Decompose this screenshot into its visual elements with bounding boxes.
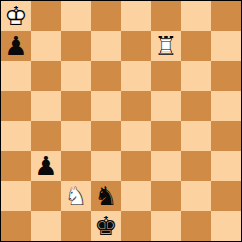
square-a5[interactable] — [1, 91, 31, 121]
white-rook-outline: ♖ — [151, 31, 181, 61]
square-d7[interactable] — [91, 31, 121, 61]
square-d4[interactable] — [91, 121, 121, 151]
white-rook[interactable]: ♜♖ — [151, 31, 181, 61]
black-king-glyph: ♚ — [91, 211, 121, 241]
square-e1[interactable] — [121, 211, 151, 241]
square-f7[interactable]: ♜♖ — [151, 31, 181, 61]
square-g4[interactable] — [181, 121, 211, 151]
square-g7[interactable] — [181, 31, 211, 61]
square-d2[interactable]: ♞ — [91, 181, 121, 211]
square-a4[interactable] — [1, 121, 31, 151]
white-knight-outline: ♘ — [61, 181, 91, 211]
square-g1[interactable] — [181, 211, 211, 241]
square-f1[interactable] — [151, 211, 181, 241]
square-f8[interactable] — [151, 1, 181, 31]
square-h3[interactable] — [211, 151, 241, 181]
square-d3[interactable] — [91, 151, 121, 181]
black-pawn[interactable]: ♟ — [31, 151, 61, 181]
chess-board[interactable]: ♚♔♟♜♖♟♞♘♞♚ — [0, 0, 242, 242]
square-c8[interactable] — [61, 1, 91, 31]
square-g6[interactable] — [181, 61, 211, 91]
black-knight[interactable]: ♞ — [91, 181, 121, 211]
square-a3[interactable] — [1, 151, 31, 181]
square-c1[interactable] — [61, 211, 91, 241]
square-b1[interactable] — [31, 211, 61, 241]
square-b8[interactable] — [31, 1, 61, 31]
square-g8[interactable] — [181, 1, 211, 31]
black-pawn-glyph: ♟ — [31, 151, 61, 181]
square-g3[interactable] — [181, 151, 211, 181]
square-e8[interactable] — [121, 1, 151, 31]
square-c4[interactable] — [61, 121, 91, 151]
square-h1[interactable] — [211, 211, 241, 241]
square-f5[interactable] — [151, 91, 181, 121]
square-b5[interactable] — [31, 91, 61, 121]
square-d5[interactable] — [91, 91, 121, 121]
white-king-outline: ♔ — [1, 1, 31, 31]
square-a7[interactable]: ♟ — [1, 31, 31, 61]
square-d6[interactable] — [91, 61, 121, 91]
square-b3[interactable]: ♟ — [31, 151, 61, 181]
square-f3[interactable] — [151, 151, 181, 181]
square-h2[interactable] — [211, 181, 241, 211]
square-a6[interactable] — [1, 61, 31, 91]
square-f4[interactable] — [151, 121, 181, 151]
square-b6[interactable] — [31, 61, 61, 91]
square-c5[interactable] — [61, 91, 91, 121]
square-c3[interactable] — [61, 151, 91, 181]
white-king[interactable]: ♚♔ — [1, 1, 31, 31]
white-knight[interactable]: ♞♘ — [61, 181, 91, 211]
black-pawn[interactable]: ♟ — [1, 31, 31, 61]
square-b7[interactable] — [31, 31, 61, 61]
square-c7[interactable] — [61, 31, 91, 61]
square-h6[interactable] — [211, 61, 241, 91]
square-a8[interactable]: ♚♔ — [1, 1, 31, 31]
square-g5[interactable] — [181, 91, 211, 121]
square-d8[interactable] — [91, 1, 121, 31]
square-h5[interactable] — [211, 91, 241, 121]
chess-board-window: ♚♔♟♜♖♟♞♘♞♚ — [0, 0, 242, 242]
square-f6[interactable] — [151, 61, 181, 91]
square-e2[interactable] — [121, 181, 151, 211]
square-d1[interactable]: ♚ — [91, 211, 121, 241]
square-e6[interactable] — [121, 61, 151, 91]
square-e5[interactable] — [121, 91, 151, 121]
square-h8[interactable] — [211, 1, 241, 31]
square-g2[interactable] — [181, 181, 211, 211]
square-h4[interactable] — [211, 121, 241, 151]
square-b2[interactable] — [31, 181, 61, 211]
square-b4[interactable] — [31, 121, 61, 151]
square-h7[interactable] — [211, 31, 241, 61]
square-c6[interactable] — [61, 61, 91, 91]
black-king[interactable]: ♚ — [91, 211, 121, 241]
black-knight-glyph: ♞ — [91, 181, 121, 211]
square-e7[interactable] — [121, 31, 151, 61]
square-a2[interactable] — [1, 181, 31, 211]
square-f2[interactable] — [151, 181, 181, 211]
square-e4[interactable] — [121, 121, 151, 151]
square-e3[interactable] — [121, 151, 151, 181]
black-pawn-glyph: ♟ — [1, 31, 31, 61]
square-a1[interactable] — [1, 211, 31, 241]
square-c2[interactable]: ♞♘ — [61, 181, 91, 211]
